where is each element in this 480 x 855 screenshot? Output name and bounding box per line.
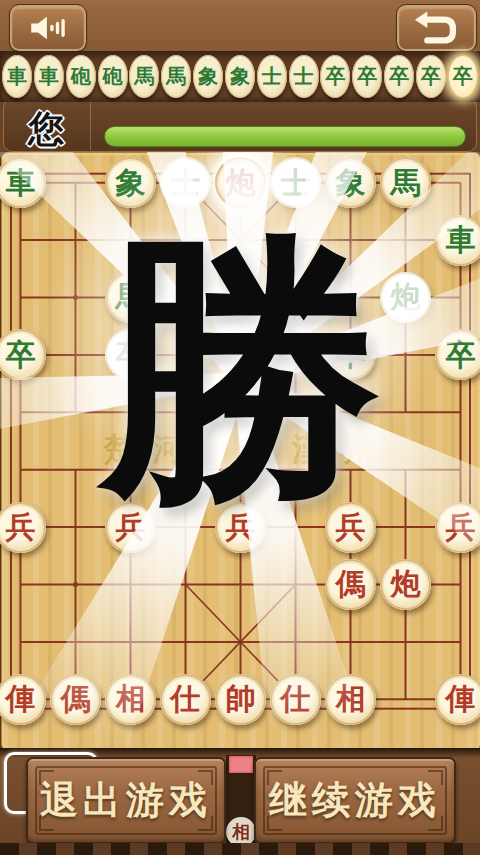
- speaker-icon: [29, 14, 67, 42]
- exit-game-label: 退出游戏: [40, 775, 212, 826]
- board-piece-卒[interactable]: 卒: [105, 329, 156, 380]
- board-piece-士[interactable]: 士: [270, 157, 321, 208]
- board-piece-士[interactable]: 士: [160, 157, 211, 208]
- board-piece-兵[interactable]: 兵: [435, 502, 480, 553]
- board-piece-卒[interactable]: 卒: [325, 329, 376, 380]
- board-piece-傌[interactable]: 傌: [50, 674, 101, 725]
- player-label: 您: [28, 105, 64, 154]
- tray-piece: 車: [2, 55, 32, 98]
- continue-game-label: 继续游戏: [269, 775, 441, 826]
- tray-piece: 士: [257, 55, 287, 98]
- tray-piece: 卒: [352, 55, 382, 98]
- board-piece-車[interactable]: 車: [435, 215, 480, 266]
- tray-piece: 砲: [66, 55, 96, 98]
- board-piece-象[interactable]: 象: [105, 157, 156, 208]
- tray-piece: 車: [34, 55, 64, 98]
- exit-game-button[interactable]: 退出游戏: [26, 757, 226, 844]
- progress-fill: [104, 126, 466, 147]
- board-piece-仕[interactable]: 仕: [270, 674, 321, 725]
- board-piece-兵[interactable]: 兵: [325, 502, 376, 553]
- tray-piece: 士: [289, 55, 319, 98]
- board-piece-相[interactable]: 相: [105, 674, 156, 725]
- panel-divider: [90, 102, 91, 150]
- tray-piece: 象: [193, 55, 223, 98]
- board-piece-炮[interactable]: 炮: [380, 559, 431, 610]
- peek-gap: 相: [226, 755, 256, 845]
- board-piece-炮[interactable]: 炮: [215, 157, 266, 208]
- player-progress-bar: [104, 126, 466, 147]
- board-piece-帥[interactable]: 帥: [215, 674, 266, 725]
- captured-pieces-tray: 車車砲砲馬馬象象士士卒卒卒卒卒: [0, 51, 480, 102]
- board-piece-車[interactable]: 車: [0, 157, 46, 208]
- tray-piece: 卒: [448, 55, 478, 98]
- board-piece-馬[interactable]: 馬: [380, 157, 431, 208]
- board-piece-兵[interactable]: 兵: [0, 502, 46, 553]
- board-piece-象[interactable]: 象: [325, 157, 376, 208]
- footer-bar: 相 退出游戏 继续游戏: [0, 748, 480, 855]
- return-arrow-icon: [411, 10, 463, 46]
- battlement-edge: [0, 843, 480, 855]
- board-piece-俥[interactable]: 俥: [435, 674, 480, 725]
- tray-piece: 卒: [320, 55, 350, 98]
- selected-square-highlight: [229, 756, 253, 773]
- continue-game-button[interactable]: 继续游戏: [254, 757, 456, 844]
- board-piece-兵[interactable]: 兵: [105, 502, 156, 553]
- player-panel: 您: [3, 98, 477, 152]
- tray-piece: 砲: [98, 55, 128, 98]
- board-piece-俥[interactable]: 俥: [0, 674, 46, 725]
- tray-piece: 馬: [129, 55, 159, 98]
- board-piece-兵[interactable]: 兵: [215, 502, 266, 553]
- tray-piece: 象: [225, 55, 255, 98]
- board-piece-馬[interactable]: 馬: [105, 272, 156, 323]
- board-piece-卒[interactable]: 卒: [435, 329, 480, 380]
- board-piece-仕[interactable]: 仕: [160, 674, 211, 725]
- back-button[interactable]: [397, 5, 476, 51]
- top-bar: [0, 0, 480, 55]
- board-piece-相[interactable]: 相: [325, 674, 376, 725]
- sound-button[interactable]: [10, 5, 86, 51]
- tray-piece: 卒: [416, 55, 446, 98]
- tray-piece: 卒: [384, 55, 414, 98]
- board-piece-炮[interactable]: 炮: [380, 272, 431, 323]
- piece-grid: 車象士炮士象馬車馬炮卒卒卒卒卒兵兵兵兵兵傌炮俥傌相仕帥仕相俥: [0, 154, 480, 728]
- tray-piece: 馬: [161, 55, 191, 98]
- board-piece-卒[interactable]: 卒: [215, 329, 266, 380]
- board-piece-卒[interactable]: 卒: [0, 329, 46, 380]
- board-piece-傌[interactable]: 傌: [325, 559, 376, 610]
